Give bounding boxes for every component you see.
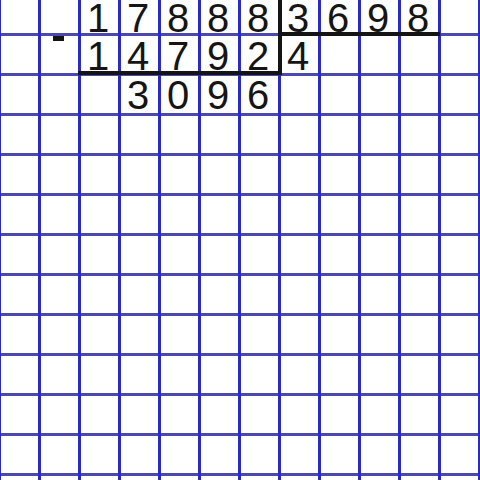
subtrahend-digit: 9 xyxy=(198,36,238,76)
remainder-row: 3 0 9 6 xyxy=(118,75,278,115)
divisor-digit: 8 xyxy=(398,0,438,38)
subtrahend-row: 1 4 7 9 2 xyxy=(78,36,278,76)
dividend-row: 1 7 8 8 8 xyxy=(78,0,278,38)
minus-sign xyxy=(53,36,64,41)
quotient-digit: 4 xyxy=(278,36,318,76)
divisor-digit: 9 xyxy=(358,0,398,38)
subtrahend-digit: 4 xyxy=(118,36,158,76)
divisor-digit: 3 xyxy=(278,0,318,38)
long-division-worksheet: 1 7 8 8 8 3 6 9 8 1 4 7 9 2 4 3 0 9 6 xyxy=(0,0,480,480)
dividend-digit: 8 xyxy=(158,0,198,38)
dividend-digit: 8 xyxy=(198,0,238,38)
dividend-digit: 8 xyxy=(238,0,278,38)
remainder-digit: 0 xyxy=(158,75,198,115)
divisor-digit: 6 xyxy=(318,0,358,38)
subtrahend-digit: 1 xyxy=(78,36,118,76)
subtrahend-digit: 2 xyxy=(238,36,278,76)
dividend-digit: 1 xyxy=(78,0,118,38)
remainder-digit: 6 xyxy=(238,75,278,115)
remainder-digit: 3 xyxy=(118,75,158,115)
subtrahend-digit: 7 xyxy=(158,36,198,76)
divisor-row: 3 6 9 8 xyxy=(278,0,438,38)
quotient-row: 4 xyxy=(278,36,318,76)
dividend-digit: 7 xyxy=(118,0,158,38)
remainder-digit: 9 xyxy=(198,75,238,115)
